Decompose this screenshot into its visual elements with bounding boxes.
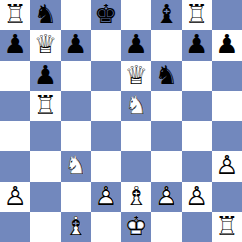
white-bishop-glyph: ♗ (64, 213, 87, 239)
square-h4[interactable] (212, 121, 242, 151)
white-bishop[interactable]: ♝♗ (61, 212, 91, 242)
square-d1[interactable] (91, 212, 121, 242)
square-a3[interactable] (0, 151, 30, 181)
square-g4[interactable] (182, 121, 212, 151)
black-knight-glyph: ♞ (155, 62, 178, 88)
square-h3[interactable]: ♟♙ (212, 151, 242, 181)
square-e1[interactable]: ♚♔ (121, 212, 151, 242)
square-g8[interactable]: ♜♖ (182, 0, 212, 30)
square-h6[interactable] (212, 61, 242, 91)
white-queen-glyph: ♕ (124, 62, 147, 88)
square-a2[interactable]: ♟♙ (0, 182, 30, 212)
square-g7[interactable]: ♟ (182, 30, 212, 60)
square-b8[interactable]: ♞ (30, 0, 60, 30)
white-pawn[interactable]: ♟♙ (151, 182, 181, 212)
white-pawn-glyph: ♙ (155, 183, 178, 209)
white-king-glyph: ♔ (124, 213, 147, 239)
square-b7[interactable]: ♛♕ (30, 30, 60, 60)
square-f2[interactable]: ♟♙ (151, 182, 181, 212)
square-f6[interactable]: ♞ (151, 61, 181, 91)
square-c7[interactable]: ♟ (61, 30, 91, 60)
white-king[interactable]: ♚♔ (121, 212, 151, 242)
black-knight[interactable]: ♞ (30, 0, 60, 30)
square-e7[interactable]: ♟ (121, 30, 151, 60)
white-queen-glyph: ♕ (34, 31, 57, 57)
black-pawn-glyph: ♟ (3, 31, 26, 57)
black-bishop[interactable]: ♝ (151, 0, 181, 30)
black-king-glyph: ♚ (94, 1, 117, 27)
square-e3[interactable] (121, 151, 151, 181)
white-knight[interactable]: ♞♘ (121, 91, 151, 121)
white-pawn-glyph: ♙ (215, 152, 238, 178)
white-pawn-glyph: ♙ (185, 183, 208, 209)
white-pawn-glyph: ♙ (94, 183, 117, 209)
black-pawn-glyph: ♟ (34, 62, 57, 88)
square-e2[interactable]: ♝♗ (121, 182, 151, 212)
white-rook-glyph: ♖ (185, 1, 208, 27)
square-f7[interactable] (151, 30, 181, 60)
white-pawn[interactable]: ♟♙ (0, 182, 30, 212)
black-pawn-glyph: ♟ (215, 31, 238, 57)
black-pawn[interactable]: ♟ (212, 30, 242, 60)
black-pawn-glyph: ♟ (124, 31, 147, 57)
square-c2[interactable] (61, 182, 91, 212)
black-pawn[interactable]: ♟ (121, 30, 151, 60)
square-b6[interactable]: ♟ (30, 61, 60, 91)
square-g5[interactable] (182, 91, 212, 121)
white-bishop-glyph: ♗ (124, 183, 147, 209)
square-h2[interactable] (212, 182, 242, 212)
square-d7[interactable] (91, 30, 121, 60)
square-c4[interactable] (61, 121, 91, 151)
white-pawn-glyph: ♙ (3, 183, 26, 209)
square-a4[interactable] (0, 121, 30, 151)
square-b2[interactable] (30, 182, 60, 212)
square-b3[interactable] (30, 151, 60, 181)
square-g3[interactable] (182, 151, 212, 181)
square-b4[interactable] (30, 121, 60, 151)
square-e6[interactable]: ♛♕ (121, 61, 151, 91)
black-pawn-glyph: ♟ (185, 31, 208, 57)
white-knight[interactable]: ♞♘ (61, 151, 91, 181)
square-a1[interactable] (0, 212, 30, 242)
square-b5[interactable]: ♜♖ (30, 91, 60, 121)
black-knight-glyph: ♞ (34, 1, 57, 27)
square-e8[interactable] (121, 0, 151, 30)
black-king[interactable]: ♚ (91, 0, 121, 30)
square-d2[interactable]: ♟♙ (91, 182, 121, 212)
square-b1[interactable] (30, 212, 60, 242)
square-c1[interactable]: ♝♗ (61, 212, 91, 242)
white-queen[interactable]: ♛♕ (30, 30, 60, 60)
white-pawn[interactable]: ♟♙ (182, 182, 212, 212)
square-a8[interactable]: ♜♖ (0, 0, 30, 30)
square-f5[interactable] (151, 91, 181, 121)
square-c5[interactable] (61, 91, 91, 121)
white-rook[interactable]: ♜♖ (30, 91, 60, 121)
square-c8[interactable] (61, 0, 91, 30)
square-e4[interactable] (121, 121, 151, 151)
square-g6[interactable] (182, 61, 212, 91)
square-e5[interactable]: ♞♘ (121, 91, 151, 121)
white-pawn[interactable]: ♟♙ (91, 182, 121, 212)
square-f1[interactable] (151, 212, 181, 242)
square-d4[interactable] (91, 121, 121, 151)
square-h1[interactable]: ♜♖ (212, 212, 242, 242)
square-c3[interactable]: ♞♘ (61, 151, 91, 181)
white-rook[interactable]: ♜♖ (0, 0, 30, 30)
square-f3[interactable] (151, 151, 181, 181)
square-d5[interactable] (91, 91, 121, 121)
black-pawn[interactable]: ♟ (0, 30, 30, 60)
square-d3[interactable] (91, 151, 121, 181)
white-rook-glyph: ♖ (215, 213, 238, 239)
white-bishop[interactable]: ♝♗ (121, 182, 151, 212)
white-rook[interactable]: ♜♖ (182, 0, 212, 30)
square-g1[interactable] (182, 212, 212, 242)
square-h8[interactable] (212, 0, 242, 30)
square-f8[interactable]: ♝ (151, 0, 181, 30)
black-knight[interactable]: ♞ (151, 61, 181, 91)
white-rook-glyph: ♖ (34, 92, 57, 118)
white-knight-glyph: ♘ (124, 92, 147, 118)
square-d6[interactable] (91, 61, 121, 91)
square-c6[interactable] (61, 61, 91, 91)
square-a6[interactable] (0, 61, 30, 91)
white-knight-glyph: ♘ (64, 152, 87, 178)
white-queen[interactable]: ♛♕ (121, 61, 151, 91)
square-a7[interactable]: ♟ (0, 30, 30, 60)
black-pawn[interactable]: ♟ (30, 61, 60, 91)
square-f4[interactable] (151, 121, 181, 151)
black-pawn-glyph: ♟ (64, 31, 87, 57)
square-h5[interactable] (212, 91, 242, 121)
square-g2[interactable]: ♟♙ (182, 182, 212, 212)
white-rook-glyph: ♖ (3, 1, 26, 27)
black-pawn[interactable]: ♟ (61, 30, 91, 60)
black-bishop-glyph: ♝ (155, 1, 178, 27)
black-pawn[interactable]: ♟ (182, 30, 212, 60)
square-d8[interactable]: ♚ (91, 0, 121, 30)
square-a5[interactable] (0, 91, 30, 121)
square-h7[interactable]: ♟ (212, 30, 242, 60)
chess-board: ♜♖♞♚♝♜♖♟♛♕♟♟♟♟♟♛♕♞♜♖♞♘♞♘♟♙♟♙♟♙♝♗♟♙♟♙♝♗♚♔… (0, 0, 242, 242)
white-pawn[interactable]: ♟♙ (212, 151, 242, 181)
white-rook[interactable]: ♜♖ (212, 212, 242, 242)
